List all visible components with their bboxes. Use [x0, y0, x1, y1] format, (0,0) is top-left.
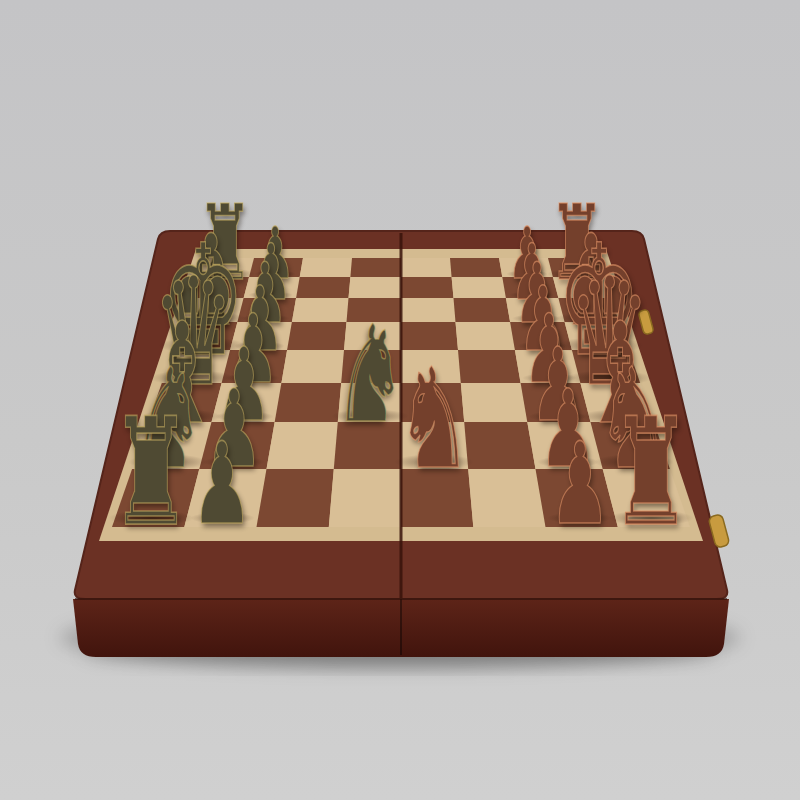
- square-g5[interactable]: [401, 277, 454, 298]
- square-g6[interactable]: [452, 277, 506, 298]
- square-a3[interactable]: [257, 469, 334, 527]
- square-b6[interactable]: [464, 422, 535, 469]
- piece-white-rook-a1[interactable]: ♜: [110, 399, 191, 548]
- piece-black-rook-a8[interactable]: ♜: [611, 399, 692, 548]
- square-a6[interactable]: [468, 469, 545, 527]
- square-f5[interactable]: [401, 298, 456, 322]
- square-g4[interactable]: [349, 277, 402, 298]
- square-h4[interactable]: [350, 258, 401, 277]
- piece-black-pawn-a7[interactable]: ♟: [549, 428, 611, 541]
- square-c3[interactable]: [275, 383, 342, 422]
- square-h5[interactable]: [401, 258, 452, 277]
- piece-black-knight-b5[interactable]: ♞: [396, 351, 472, 490]
- piece-white-pawn-a2[interactable]: ♟: [191, 428, 253, 541]
- square-b3[interactable]: [267, 422, 338, 469]
- square-h3[interactable]: [300, 258, 352, 277]
- square-h6[interactable]: [450, 258, 502, 277]
- square-a4[interactable]: [329, 469, 401, 527]
- square-f6[interactable]: [454, 298, 511, 322]
- chess-set-product-photo: ♜♟♜♟♟♟♝♟♝♟♚♟♚♟♛♟♛♟♝♟♞♝♟♞♟♞♟♞♜♟♜♟: [0, 0, 800, 800]
- square-g3[interactable]: [296, 277, 350, 298]
